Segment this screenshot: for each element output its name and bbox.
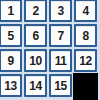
cell-r3c2: 10 (23, 48, 48, 73)
fifteen-puzzle-board: 123456789101112131415 (0, 0, 100, 100)
cell-r3c1: 9 (0, 48, 23, 73)
cell-r4c1: 13 (0, 73, 23, 98)
cell-r1c2: 2 (23, 0, 48, 23)
cell-r1c1: 1 (0, 0, 23, 23)
tile-13[interactable]: 13 (0, 74, 22, 97)
blank-space (73, 73, 98, 100)
tile-7[interactable]: 7 (49, 24, 72, 47)
cell-r2c3: 7 (48, 23, 73, 48)
tile-10[interactable]: 10 (24, 49, 47, 72)
tile-14[interactable]: 14 (24, 74, 47, 97)
cell-r2c4: 8 (73, 23, 98, 48)
cell-r2c2: 6 (23, 23, 48, 48)
tile-11[interactable]: 11 (49, 49, 72, 72)
cell-r1c3: 3 (48, 0, 73, 23)
cell-r2c1: 5 (0, 23, 23, 48)
tile-1[interactable]: 1 (0, 0, 22, 22)
cell-r3c3: 11 (48, 48, 73, 73)
tile-4[interactable]: 4 (74, 0, 97, 22)
tile-2[interactable]: 2 (24, 0, 47, 22)
cell-r4c2: 14 (23, 73, 48, 98)
cell-r3c4: 12 (73, 48, 98, 73)
tile-15[interactable]: 15 (49, 74, 72, 97)
cell-r4c3: 15 (48, 73, 73, 98)
tile-12[interactable]: 12 (74, 49, 97, 72)
tile-5[interactable]: 5 (0, 24, 22, 47)
tile-6[interactable]: 6 (24, 24, 47, 47)
empty-cell (73, 73, 98, 98)
tile-9[interactable]: 9 (0, 49, 22, 72)
cell-r1c4: 4 (73, 0, 98, 23)
puzzle-grid: 123456789101112131415 (0, 0, 98, 98)
tile-3[interactable]: 3 (49, 0, 72, 22)
tile-8[interactable]: 8 (74, 24, 97, 47)
